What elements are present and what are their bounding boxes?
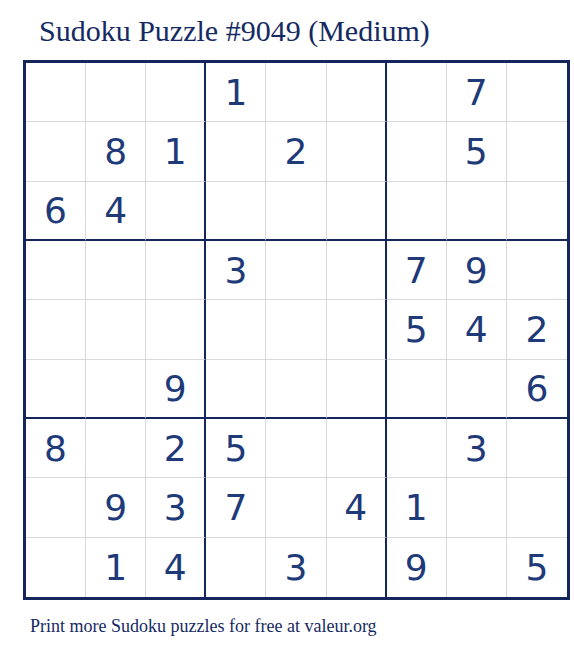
sudoku-cell-r4c8: 9 (447, 241, 507, 300)
sudoku-cell-r5c3 (146, 300, 206, 359)
sudoku-cell-r5c2 (86, 300, 146, 359)
sudoku-cell-r4c2 (86, 241, 146, 300)
sudoku-cell-r6c7 (387, 360, 447, 419)
sudoku-cell-r5c4 (206, 300, 266, 359)
footer-text: Print more Sudoku puzzles for free at va… (30, 616, 377, 637)
sudoku-cell-r2c2: 8 (86, 122, 146, 181)
sudoku-cell-r7c3: 2 (146, 419, 206, 478)
sudoku-cell-r8c6: 4 (327, 478, 387, 537)
sudoku-cell-r1c9 (507, 63, 567, 122)
sudoku-cell-r4c3 (146, 241, 206, 300)
sudoku-cell-r8c9 (507, 478, 567, 537)
sudoku-cell-r4c7: 7 (387, 241, 447, 300)
sudoku-cell-r3c5 (266, 182, 326, 241)
sudoku-cell-r6c8 (447, 360, 507, 419)
sudoku-cell-r3c3 (146, 182, 206, 241)
sudoku-cell-r3c9 (507, 182, 567, 241)
sudoku-cell-r7c7 (387, 419, 447, 478)
sudoku-cell-r5c5 (266, 300, 326, 359)
sudoku-cell-r4c4: 3 (206, 241, 266, 300)
sudoku-cell-r2c1 (26, 122, 86, 181)
sudoku-cell-r8c4: 7 (206, 478, 266, 537)
sudoku-cell-r6c3: 9 (146, 360, 206, 419)
sudoku-cell-r7c1: 8 (26, 419, 86, 478)
sudoku-cell-r8c3: 3 (146, 478, 206, 537)
sudoku-cell-r7c2 (86, 419, 146, 478)
sudoku-cell-r1c3 (146, 63, 206, 122)
sudoku-cell-r6c9: 6 (507, 360, 567, 419)
sudoku-cell-r1c7 (387, 63, 447, 122)
sudoku-cell-r4c6 (327, 241, 387, 300)
sudoku-cell-r7c8: 3 (447, 419, 507, 478)
sudoku-cell-r9c8 (447, 538, 507, 597)
sudoku-cell-r6c1 (26, 360, 86, 419)
sudoku-print-page: Sudoku Puzzle #9049 (Medium) 17812564379… (0, 0, 574, 651)
sudoku-cell-r9c6 (327, 538, 387, 597)
sudoku-cell-r8c7: 1 (387, 478, 447, 537)
sudoku-cell-r9c1 (26, 538, 86, 597)
sudoku-cell-r9c7: 9 (387, 538, 447, 597)
sudoku-cell-r7c6 (327, 419, 387, 478)
sudoku-cell-r2c5: 2 (266, 122, 326, 181)
sudoku-cell-r3c2: 4 (86, 182, 146, 241)
sudoku-cell-r2c9 (507, 122, 567, 181)
sudoku-cell-r1c4: 1 (206, 63, 266, 122)
sudoku-cell-r5c9: 2 (507, 300, 567, 359)
sudoku-cell-r1c1 (26, 63, 86, 122)
sudoku-cell-r6c5 (266, 360, 326, 419)
page-title: Sudoku Puzzle #9049 (Medium) (39, 14, 430, 48)
sudoku-cell-r1c2 (86, 63, 146, 122)
sudoku-cell-r9c9: 5 (507, 538, 567, 597)
sudoku-cell-r9c2: 1 (86, 538, 146, 597)
sudoku-cell-r2c3: 1 (146, 122, 206, 181)
sudoku-cell-r2c8: 5 (447, 122, 507, 181)
sudoku-cell-r5c7: 5 (387, 300, 447, 359)
sudoku-cell-r9c4 (206, 538, 266, 597)
sudoku-cell-r3c6 (327, 182, 387, 241)
sudoku-cell-r4c5 (266, 241, 326, 300)
sudoku-cell-r7c5 (266, 419, 326, 478)
sudoku-cell-r2c4 (206, 122, 266, 181)
sudoku-cell-r5c6 (327, 300, 387, 359)
sudoku-cell-r3c7 (387, 182, 447, 241)
sudoku-cell-r1c6 (327, 63, 387, 122)
sudoku-cell-r5c8: 4 (447, 300, 507, 359)
sudoku-cell-r8c2: 9 (86, 478, 146, 537)
sudoku-cell-r8c8 (447, 478, 507, 537)
sudoku-cell-r8c5 (266, 478, 326, 537)
sudoku-cell-r6c6 (327, 360, 387, 419)
sudoku-cell-r1c8: 7 (447, 63, 507, 122)
sudoku-cell-r3c4 (206, 182, 266, 241)
sudoku-cell-r4c9 (507, 241, 567, 300)
sudoku-cell-r6c4 (206, 360, 266, 419)
sudoku-cell-r7c9 (507, 419, 567, 478)
sudoku-cell-r4c1 (26, 241, 86, 300)
sudoku-cell-r2c6 (327, 122, 387, 181)
sudoku-cell-r9c3: 4 (146, 538, 206, 597)
sudoku-cell-r8c1 (26, 478, 86, 537)
sudoku-cell-r3c1: 6 (26, 182, 86, 241)
sudoku-cell-r9c5: 3 (266, 538, 326, 597)
sudoku-cell-r1c5 (266, 63, 326, 122)
sudoku-cell-r3c8 (447, 182, 507, 241)
sudoku-cell-r5c1 (26, 300, 86, 359)
sudoku-cell-r2c7 (387, 122, 447, 181)
sudoku-cell-r7c4: 5 (206, 419, 266, 478)
sudoku-cell-r6c2 (86, 360, 146, 419)
sudoku-board: 178125643795429682539374114395 (23, 60, 570, 600)
